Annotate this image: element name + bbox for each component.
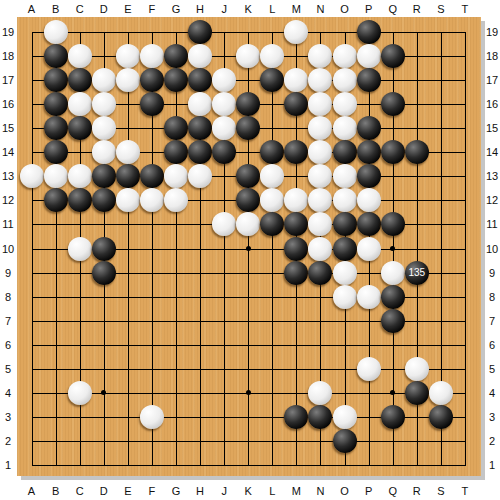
row-label-left: 15	[0, 121, 16, 135]
row-label-right: 2	[484, 434, 500, 448]
row-label-right: 13	[484, 169, 500, 183]
column-label-top: K	[238, 2, 258, 16]
stone-white	[212, 92, 236, 116]
stone-white	[357, 237, 381, 261]
stone-white	[92, 92, 116, 116]
stone-black	[381, 212, 405, 236]
grid-line-horizontal	[32, 369, 466, 370]
stone-black	[357, 20, 381, 44]
row-label-right: 1	[484, 458, 500, 472]
row-label-left: 13	[0, 169, 16, 183]
row-label-left: 3	[0, 410, 16, 424]
stone-black	[140, 92, 164, 116]
stone-white	[333, 68, 357, 92]
stone-black	[381, 309, 405, 333]
column-label-top: J	[214, 2, 234, 16]
column-label-top: C	[70, 2, 90, 16]
row-label-right: 10	[484, 242, 500, 256]
stone-white	[212, 116, 236, 140]
stone-black	[212, 140, 236, 164]
row-label-left: 17	[0, 73, 16, 87]
column-label-bottom: L	[262, 484, 282, 498]
grid-line-horizontal	[32, 465, 466, 466]
stone-white	[116, 44, 140, 68]
stone-white	[188, 44, 212, 68]
stone-black	[164, 140, 188, 164]
stone-black	[44, 116, 68, 140]
stone-white	[284, 20, 308, 44]
stone-white	[116, 188, 140, 212]
stone-white	[188, 92, 212, 116]
column-label-top: E	[118, 2, 138, 16]
stone-white	[405, 357, 429, 381]
stone-white	[308, 164, 332, 188]
stone-black	[381, 140, 405, 164]
stone-black	[381, 285, 405, 309]
column-label-top: R	[407, 2, 427, 16]
stone-black	[68, 116, 92, 140]
star-point	[101, 390, 106, 395]
stone-black	[357, 140, 381, 164]
row-label-right: 18	[484, 49, 500, 63]
row-label-right: 19	[484, 25, 500, 39]
stone-white	[333, 92, 357, 116]
stone-white	[164, 164, 188, 188]
stone-black	[164, 44, 188, 68]
column-label-bottom: R	[407, 484, 427, 498]
stone-white	[164, 188, 188, 212]
stone-black	[260, 140, 284, 164]
go-board-page: 135 AA1919BB1818CC1717DD1616EE1515FF1414…	[0, 0, 500, 500]
stone-white	[188, 164, 212, 188]
column-label-bottom: B	[46, 484, 66, 498]
stone-white	[333, 261, 357, 285]
row-label-right: 16	[484, 97, 500, 111]
row-label-left: 14	[0, 145, 16, 159]
row-label-left: 5	[0, 362, 16, 376]
row-label-left: 7	[0, 314, 16, 328]
stone-white	[92, 116, 116, 140]
stone-white	[92, 140, 116, 164]
stone-white	[140, 405, 164, 429]
stone-black	[164, 68, 188, 92]
grid-line-horizontal	[32, 345, 466, 346]
stone-white	[44, 20, 68, 44]
stone-black	[381, 405, 405, 429]
stone-white	[284, 68, 308, 92]
stone-black	[44, 188, 68, 212]
stone-black	[357, 116, 381, 140]
row-label-right: 6	[484, 338, 500, 352]
stone-black	[236, 116, 260, 140]
column-label-bottom: G	[166, 484, 186, 498]
column-label-bottom: J	[214, 484, 234, 498]
stone-white	[140, 188, 164, 212]
column-label-top: L	[262, 2, 282, 16]
stone-white	[68, 381, 92, 405]
stone-white	[284, 188, 308, 212]
row-label-left: 2	[0, 434, 16, 448]
stone-black	[357, 68, 381, 92]
row-label-right: 17	[484, 73, 500, 87]
stone-black	[92, 164, 116, 188]
stone-black	[284, 212, 308, 236]
stone-white	[308, 188, 332, 212]
row-label-right: 4	[484, 386, 500, 400]
stone-white	[116, 140, 140, 164]
row-label-left: 16	[0, 97, 16, 111]
column-label-bottom: A	[22, 484, 42, 498]
column-label-bottom: H	[190, 484, 210, 498]
stone-black	[381, 44, 405, 68]
marked-stone-overlay: 135	[405, 261, 429, 285]
stone-black	[260, 212, 284, 236]
stone-black	[68, 68, 92, 92]
row-label-left: 8	[0, 290, 16, 304]
column-label-top: A	[22, 2, 42, 16]
stone-white	[212, 68, 236, 92]
stone-white	[92, 68, 116, 92]
row-label-right: 9	[484, 266, 500, 280]
column-label-top: S	[431, 2, 451, 16]
row-label-left: 4	[0, 386, 16, 400]
row-label-right: 3	[484, 410, 500, 424]
column-label-bottom: N	[310, 484, 330, 498]
column-label-bottom: F	[142, 484, 162, 498]
row-label-left: 10	[0, 242, 16, 256]
stone-black	[92, 188, 116, 212]
stone-black	[92, 261, 116, 285]
stone-white	[260, 188, 284, 212]
stone-black	[284, 405, 308, 429]
stone-black	[236, 92, 260, 116]
row-label-right: 5	[484, 362, 500, 376]
column-label-top: G	[166, 2, 186, 16]
stone-black	[357, 212, 381, 236]
stone-white	[44, 164, 68, 188]
star-point	[246, 246, 251, 251]
grid-line-vertical	[272, 32, 273, 466]
column-label-top: Q	[383, 2, 403, 16]
stone-black	[92, 237, 116, 261]
stone-white	[308, 381, 332, 405]
row-label-right: 15	[484, 121, 500, 135]
column-label-top: N	[310, 2, 330, 16]
grid-line-horizontal	[32, 441, 466, 442]
stone-white	[429, 381, 453, 405]
stone-black	[429, 405, 453, 429]
stone-white	[260, 44, 284, 68]
stone-black	[284, 140, 308, 164]
stone-black	[44, 92, 68, 116]
stone-white	[236, 44, 260, 68]
stone-black	[188, 116, 212, 140]
stone-white	[140, 44, 164, 68]
stone-black	[284, 92, 308, 116]
column-label-bottom: P	[359, 484, 379, 498]
stone-white	[236, 212, 260, 236]
go-board[interactable]: 135	[17, 17, 481, 476]
stone-black	[164, 116, 188, 140]
stone-white	[333, 116, 357, 140]
stone-black	[333, 429, 357, 453]
row-label-left: 9	[0, 266, 16, 280]
stone-white	[333, 285, 357, 309]
stone-black	[44, 140, 68, 164]
stone-white	[357, 285, 381, 309]
stone-black	[188, 140, 212, 164]
stone-white	[381, 261, 405, 285]
stone-white	[68, 164, 92, 188]
stone-black	[44, 44, 68, 68]
column-label-top: O	[335, 2, 355, 16]
row-label-left: 11	[0, 217, 16, 231]
stone-white	[68, 237, 92, 261]
column-label-bottom: C	[70, 484, 90, 498]
stone-white	[308, 44, 332, 68]
stone-black	[381, 92, 405, 116]
column-label-bottom: E	[118, 484, 138, 498]
stone-white	[333, 164, 357, 188]
star-point	[390, 390, 395, 395]
row-label-right: 7	[484, 314, 500, 328]
row-label-left: 12	[0, 193, 16, 207]
star-point	[390, 246, 395, 251]
stone-black	[116, 164, 140, 188]
stone-white	[308, 212, 332, 236]
stone-white	[357, 188, 381, 212]
stone-white	[116, 68, 140, 92]
stone-black	[333, 237, 357, 261]
column-label-top: P	[359, 2, 379, 16]
stone-black	[140, 68, 164, 92]
row-label-right: 12	[484, 193, 500, 207]
column-label-top: B	[46, 2, 66, 16]
stone-black	[44, 68, 68, 92]
stone-white	[308, 140, 332, 164]
column-label-bottom: S	[431, 484, 451, 498]
row-label-left: 1	[0, 458, 16, 472]
stone-white	[333, 405, 357, 429]
column-label-bottom: K	[238, 484, 258, 498]
stone-white	[308, 237, 332, 261]
row-label-left: 6	[0, 338, 16, 352]
column-label-top: M	[286, 2, 306, 16]
column-label-bottom: Q	[383, 484, 403, 498]
stone-white	[68, 92, 92, 116]
star-point	[246, 390, 251, 395]
column-label-bottom: M	[286, 484, 306, 498]
stone-black	[405, 140, 429, 164]
stone-white	[68, 44, 92, 68]
stone-white	[308, 92, 332, 116]
stone-black	[308, 261, 332, 285]
column-label-top: D	[94, 2, 114, 16]
stone-white	[308, 68, 332, 92]
stone-black	[333, 140, 357, 164]
stone-black	[357, 164, 381, 188]
column-label-top: H	[190, 2, 210, 16]
stone-black	[188, 68, 212, 92]
column-label-bottom: O	[335, 484, 355, 498]
column-label-top: T	[455, 2, 475, 16]
stone-black	[308, 405, 332, 429]
stone-black	[284, 261, 308, 285]
row-label-left: 19	[0, 25, 16, 39]
stone-black	[140, 164, 164, 188]
grid-line-vertical	[465, 32, 466, 466]
stone-white	[260, 164, 284, 188]
row-label-right: 11	[484, 217, 500, 231]
stone-black	[188, 20, 212, 44]
stone-black	[405, 381, 429, 405]
row-label-right: 8	[484, 290, 500, 304]
row-label-right: 14	[484, 145, 500, 159]
row-label-left: 18	[0, 49, 16, 63]
stone-white	[357, 357, 381, 381]
stone-white	[333, 188, 357, 212]
stone-white	[333, 44, 357, 68]
stone-white	[20, 164, 44, 188]
stone-black	[236, 188, 260, 212]
stone-white	[308, 116, 332, 140]
stone-black	[236, 164, 260, 188]
stone-black	[260, 68, 284, 92]
column-label-bottom: T	[455, 484, 475, 498]
column-label-top: F	[142, 2, 162, 16]
stone-white	[212, 212, 236, 236]
column-label-bottom: D	[94, 484, 114, 498]
stone-black	[68, 188, 92, 212]
stone-black	[333, 212, 357, 236]
stone-black	[284, 237, 308, 261]
move-number-label: 135	[405, 261, 429, 285]
stone-white	[357, 44, 381, 68]
